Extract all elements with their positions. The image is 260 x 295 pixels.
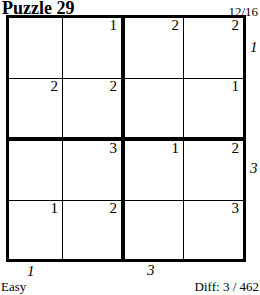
col-label-3: 3 bbox=[147, 263, 155, 278]
cell-r3c2[interactable]: 3 bbox=[63, 141, 125, 201]
cell-r2c3[interactable] bbox=[125, 79, 184, 141]
row-label-3: 3 bbox=[250, 161, 258, 176]
cell-r1c2[interactable]: 1 bbox=[63, 18, 125, 79]
cell-r4c3[interactable] bbox=[125, 201, 184, 259]
given-digit: 2 bbox=[232, 141, 240, 157]
cell-r4c4[interactable]: 3 bbox=[184, 201, 243, 259]
given-digit: 2 bbox=[51, 79, 59, 95]
cell-r4c1[interactable]: 1 bbox=[9, 201, 63, 259]
given-digit: 2 bbox=[110, 79, 118, 95]
cell-r2c4[interactable]: 1 bbox=[184, 79, 243, 141]
row-label-1: 1 bbox=[250, 40, 258, 55]
given-digit: 1 bbox=[110, 18, 118, 34]
cell-r3c4[interactable]: 2 bbox=[184, 141, 243, 201]
given-digit: 2 bbox=[232, 18, 240, 34]
cell-r2c1[interactable]: 2 bbox=[9, 79, 63, 141]
given-digit: 3 bbox=[232, 201, 240, 217]
cell-r3c3[interactable]: 1 bbox=[125, 141, 184, 201]
given-digit: 2 bbox=[172, 18, 180, 34]
given-digit: 1 bbox=[51, 201, 59, 217]
cell-r1c4[interactable]: 2 bbox=[184, 18, 243, 79]
given-digit: 1 bbox=[232, 79, 240, 95]
col-label-1: 1 bbox=[27, 264, 35, 279]
puzzle-board: 1 2 2 2 2 1 3 1 2 1 2 3 bbox=[6, 15, 246, 262]
difficulty-stat: Diff: 3 / 462 bbox=[195, 279, 259, 295]
puzzle-page: Puzzle 29 12/16 1 2 2 2 2 1 3 1 2 1 2 3 … bbox=[0, 0, 260, 295]
cell-r4c2[interactable]: 2 bbox=[63, 201, 125, 259]
given-digit: 1 bbox=[172, 141, 180, 157]
difficulty-level: Easy bbox=[1, 279, 26, 295]
cell-r3c1[interactable] bbox=[9, 141, 63, 201]
given-digit: 2 bbox=[110, 201, 118, 217]
cell-r2c2[interactable]: 2 bbox=[63, 79, 125, 141]
cell-r1c1[interactable] bbox=[9, 18, 63, 79]
cell-r1c3[interactable]: 2 bbox=[125, 18, 184, 79]
given-digit: 3 bbox=[110, 141, 118, 157]
